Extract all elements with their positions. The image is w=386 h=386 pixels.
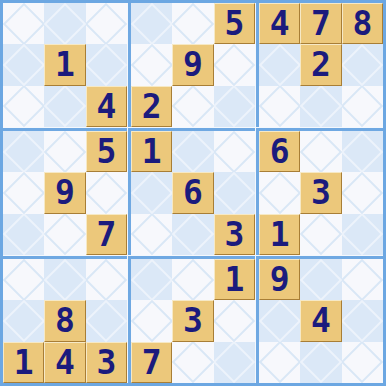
cell-r1c5[interactable] <box>172 3 213 44</box>
cell-r5c7[interactable] <box>259 172 300 213</box>
cell-r9c4: 7 <box>131 342 172 383</box>
cell-r1c3[interactable] <box>86 3 127 44</box>
cell-r7c4[interactable] <box>131 259 172 300</box>
given-digit: 1 <box>270 218 290 251</box>
cell-diamond-icon <box>300 86 341 127</box>
cell-r9c2: 4 <box>44 342 85 383</box>
cell-r9c1: 1 <box>3 342 44 383</box>
cell-r1c1[interactable] <box>3 3 44 44</box>
cell-diamond-icon <box>86 259 127 300</box>
cell-diamond-icon <box>86 172 127 213</box>
given-digit: 7 <box>311 7 331 40</box>
sudoku-box-8: 137 <box>131 259 255 383</box>
cell-diamond-icon <box>342 342 383 383</box>
cell-diamond-icon <box>3 131 44 172</box>
cell-r2c4[interactable] <box>131 44 172 85</box>
cell-r3c2[interactable] <box>44 86 85 127</box>
cell-diamond-icon <box>3 214 44 255</box>
cell-r2c7[interactable] <box>259 44 300 85</box>
cell-r9c9[interactable] <box>342 342 383 383</box>
sudoku-board: 145924782597163631814313794 <box>0 0 386 386</box>
cell-diamond-icon <box>44 214 85 255</box>
cell-r7c8[interactable] <box>300 259 341 300</box>
cell-r1c8: 7 <box>300 3 341 44</box>
cell-diamond-icon <box>300 131 341 172</box>
cell-r2c1[interactable] <box>3 44 44 85</box>
cell-diamond-icon <box>3 172 44 213</box>
cell-r9c8[interactable] <box>300 342 341 383</box>
cell-diamond-icon <box>342 259 383 300</box>
cell-r7c5[interactable] <box>172 259 213 300</box>
cell-r3c9[interactable] <box>342 86 383 127</box>
cell-r7c9[interactable] <box>342 259 383 300</box>
cell-diamond-icon <box>131 172 172 213</box>
given-digit: 3 <box>96 346 116 379</box>
cell-r4c5[interactable] <box>172 131 213 172</box>
given-digit: 4 <box>96 90 116 123</box>
cell-r4c4: 1 <box>131 131 172 172</box>
cell-r6c4[interactable] <box>131 214 172 255</box>
cell-diamond-icon <box>259 172 300 213</box>
cell-r1c4[interactable] <box>131 3 172 44</box>
cell-diamond-icon <box>131 3 172 44</box>
cell-diamond-icon <box>3 259 44 300</box>
cell-r4c6[interactable] <box>214 131 255 172</box>
box-divider-highlight-horizontal-1 <box>3 127 383 128</box>
cell-diamond-icon <box>44 259 85 300</box>
cell-r5c8: 3 <box>300 172 341 213</box>
given-digit: 1 <box>14 346 34 379</box>
cell-diamond-icon <box>300 214 341 255</box>
cell-diamond-icon <box>3 300 44 341</box>
cell-r5c6[interactable] <box>214 172 255 213</box>
cell-r8c9[interactable] <box>342 300 383 341</box>
cell-r8c4[interactable] <box>131 300 172 341</box>
cell-r1c2[interactable] <box>44 3 85 44</box>
cell-diamond-icon <box>172 3 213 44</box>
given-digit: 4 <box>311 304 331 337</box>
cell-r6c1[interactable] <box>3 214 44 255</box>
cell-r4c1[interactable] <box>3 131 44 172</box>
cell-r5c3[interactable] <box>86 172 127 213</box>
cell-r5c1[interactable] <box>3 172 44 213</box>
cell-r3c4: 2 <box>131 86 172 127</box>
cell-r3c5[interactable] <box>172 86 213 127</box>
cell-r6c7: 1 <box>259 214 300 255</box>
cell-r8c3[interactable] <box>86 300 127 341</box>
given-digit: 2 <box>311 48 331 81</box>
cell-r6c6: 3 <box>214 214 255 255</box>
cell-r6c9[interactable] <box>342 214 383 255</box>
cell-r2c2: 1 <box>44 44 85 85</box>
cell-r4c2[interactable] <box>44 131 85 172</box>
cell-r7c3[interactable] <box>86 259 127 300</box>
cell-r5c2: 9 <box>44 172 85 213</box>
given-digit: 7 <box>142 346 162 379</box>
given-digit: 5 <box>224 7 244 40</box>
cell-diamond-icon <box>259 342 300 383</box>
cell-r6c3: 7 <box>86 214 127 255</box>
cell-diamond-icon <box>44 3 85 44</box>
cell-r1c6: 5 <box>214 3 255 44</box>
given-digit: 2 <box>142 90 162 123</box>
cell-r4c7: 6 <box>259 131 300 172</box>
cell-r2c9[interactable] <box>342 44 383 85</box>
cell-r8c2: 8 <box>44 300 85 341</box>
given-digit: 9 <box>55 176 75 209</box>
cell-diamond-icon <box>214 342 255 383</box>
cell-diamond-icon <box>259 44 300 85</box>
cell-diamond-icon <box>172 342 213 383</box>
cell-diamond-icon <box>259 86 300 127</box>
cell-r5c4[interactable] <box>131 172 172 213</box>
cell-r2c8: 2 <box>300 44 341 85</box>
cell-r9c5[interactable] <box>172 342 213 383</box>
cell-r8c1[interactable] <box>3 300 44 341</box>
cell-r6c2[interactable] <box>44 214 85 255</box>
box-divider-highlight-vertical-2 <box>255 3 256 383</box>
given-digit: 1 <box>224 263 244 296</box>
given-digit: 4 <box>270 7 290 40</box>
cell-r9c3: 3 <box>86 342 127 383</box>
cell-r3c6[interactable] <box>214 86 255 127</box>
cell-diamond-icon <box>300 259 341 300</box>
cell-diamond-icon <box>3 86 44 127</box>
cell-diamond-icon <box>3 44 44 85</box>
cell-r1c9: 8 <box>342 3 383 44</box>
cell-diamond-icon <box>342 44 383 85</box>
given-digit: 1 <box>55 48 75 81</box>
cell-diamond-icon <box>342 131 383 172</box>
given-digit: 1 <box>142 135 162 168</box>
cell-r9c6[interactable] <box>214 342 255 383</box>
cell-diamond-icon <box>342 300 383 341</box>
cell-diamond-icon <box>86 3 127 44</box>
cell-diamond-icon <box>214 86 255 127</box>
cell-diamond-icon <box>86 300 127 341</box>
cell-r2c5: 9 <box>172 44 213 85</box>
given-digit: 6 <box>270 135 290 168</box>
cell-diamond-icon <box>131 259 172 300</box>
cell-diamond-icon <box>3 3 44 44</box>
given-digit: 7 <box>96 218 116 251</box>
given-digit: 3 <box>183 304 203 337</box>
cell-r8c8: 4 <box>300 300 341 341</box>
cell-r4c9[interactable] <box>342 131 383 172</box>
cell-r4c8[interactable] <box>300 131 341 172</box>
cell-r8c5: 3 <box>172 300 213 341</box>
cell-r5c5: 6 <box>172 172 213 213</box>
given-digit: 4 <box>55 346 75 379</box>
sudoku-box-7: 8143 <box>3 259 127 383</box>
cell-diamond-icon <box>300 342 341 383</box>
sudoku-box-2: 592 <box>131 3 255 127</box>
cell-diamond-icon <box>172 131 213 172</box>
given-digit: 9 <box>183 48 203 81</box>
cell-diamond-icon <box>214 131 255 172</box>
cell-r3c3: 4 <box>86 86 127 127</box>
cell-diamond-icon <box>131 300 172 341</box>
given-digit: 6 <box>183 176 203 209</box>
cell-diamond-icon <box>172 214 213 255</box>
box-divider-highlight-horizontal-2 <box>3 255 383 256</box>
given-digit: 3 <box>311 176 331 209</box>
cell-diamond-icon <box>44 86 85 127</box>
given-digit: 8 <box>352 7 372 40</box>
sudoku-box-6: 631 <box>259 131 383 255</box>
cell-r6c5[interactable] <box>172 214 213 255</box>
cell-r2c6[interactable] <box>214 44 255 85</box>
given-digit: 8 <box>55 304 75 337</box>
cell-diamond-icon <box>44 131 85 172</box>
sudoku-box-4: 597 <box>3 131 127 255</box>
cell-diamond-icon <box>86 44 127 85</box>
cell-r8c7[interactable] <box>259 300 300 341</box>
cell-r7c6: 1 <box>214 259 255 300</box>
cell-r3c8[interactable] <box>300 86 341 127</box>
cell-r1c7: 4 <box>259 3 300 44</box>
cell-diamond-icon <box>131 214 172 255</box>
cell-diamond-icon <box>214 172 255 213</box>
cell-r7c1[interactable] <box>3 259 44 300</box>
cell-r4c3: 5 <box>86 131 127 172</box>
cell-r3c1[interactable] <box>3 86 44 127</box>
cell-diamond-icon <box>342 86 383 127</box>
given-digit: 5 <box>96 135 116 168</box>
cell-r7c7: 9 <box>259 259 300 300</box>
cell-r2c3[interactable] <box>86 44 127 85</box>
cell-diamond-icon <box>214 300 255 341</box>
cell-r5c9[interactable] <box>342 172 383 213</box>
given-digit: 9 <box>270 263 290 296</box>
cell-diamond-icon <box>342 172 383 213</box>
sudoku-box-9: 94 <box>259 259 383 383</box>
sudoku-box-5: 163 <box>131 131 255 255</box>
cell-r6c8[interactable] <box>300 214 341 255</box>
sudoku-box-3: 4782 <box>259 3 383 127</box>
given-digit: 3 <box>224 218 244 251</box>
cell-diamond-icon <box>259 300 300 341</box>
sudoku-box-1: 14 <box>3 3 127 127</box>
cell-r9c7[interactable] <box>259 342 300 383</box>
cell-r7c2[interactable] <box>44 259 85 300</box>
box-divider-highlight-vertical-1 <box>127 3 128 383</box>
cell-diamond-icon <box>342 214 383 255</box>
cell-diamond-icon <box>172 86 213 127</box>
cell-r3c7[interactable] <box>259 86 300 127</box>
cell-r8c6[interactable] <box>214 300 255 341</box>
cell-diamond-icon <box>131 44 172 85</box>
cell-diamond-icon <box>172 259 213 300</box>
cell-diamond-icon <box>214 44 255 85</box>
